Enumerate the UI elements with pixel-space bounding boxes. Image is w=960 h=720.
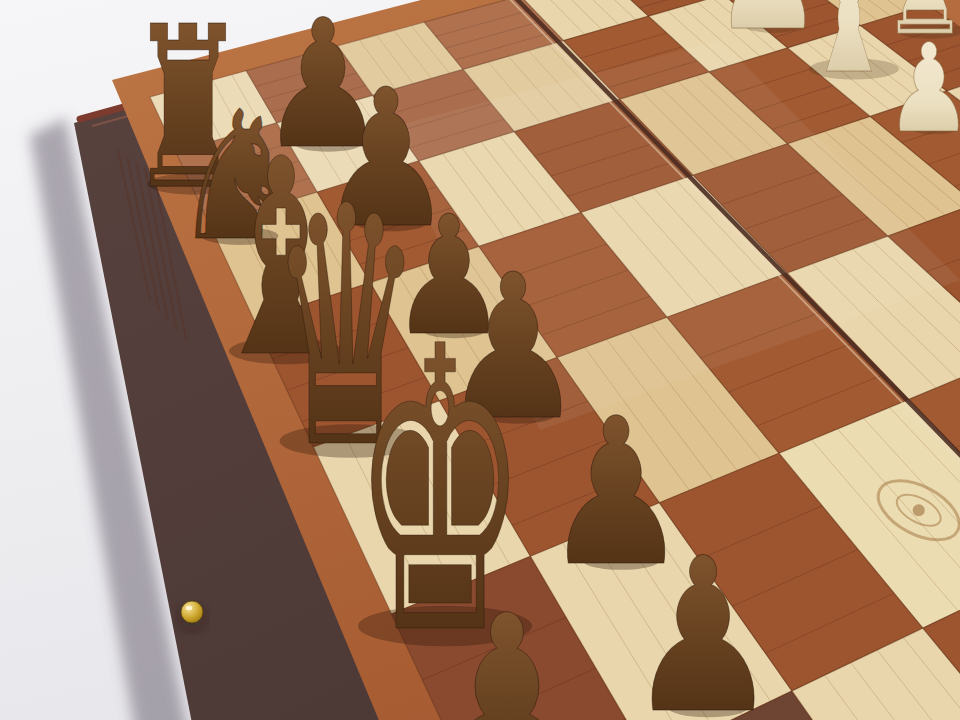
piece-white-bishop-c2[interactable]: ♝ <box>806 0 892 121</box>
board-svg: ♟♜♝♟♟♜♟♞♟♝♟♛♟♚♟♟ <box>0 0 960 720</box>
piece-black-pawn-f7[interactable]: ♟ <box>627 512 780 720</box>
wood-knot <box>913 504 925 516</box>
chess-set-photo: ♟♜♝♟♟♜♟♞♟♝♟♛♟♚♟♟ <box>0 0 960 720</box>
piece-black-pawn-f8[interactable]: ♟ <box>414 560 599 720</box>
latch-highlight <box>186 606 192 610</box>
brass-latch <box>181 601 203 623</box>
piece-white-pawn-d2[interactable]: ♟ <box>885 17 960 159</box>
